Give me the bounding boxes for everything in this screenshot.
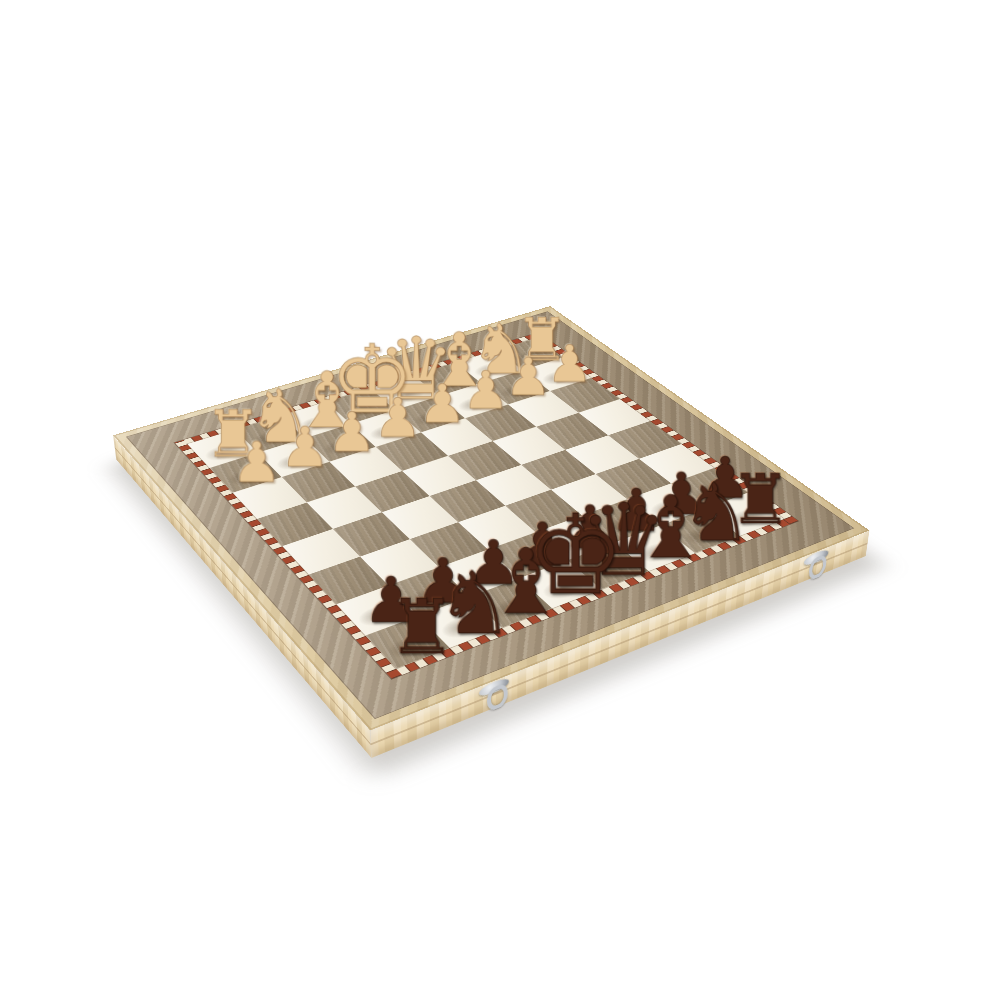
board-top-face: ♜♞♝♚♛♝♞♜♟♟♟♟♟♟♟♟♟♟♟♟♟♟♟♟♜♞♝♚♛♝♞♜	[113, 306, 869, 730]
chess-board-box: ♜♞♝♚♛♝♞♜♟♟♟♟♟♟♟♟♟♟♟♟♟♟♟♟♜♞♝♚♛♝♞♜	[113, 306, 869, 730]
white-pawn: ♟	[280, 420, 330, 475]
white-pawn: ♟	[505, 351, 552, 403]
black-rook: ♜	[388, 590, 456, 666]
white-pawn: ♟	[373, 391, 421, 445]
white-pawn: ♟	[462, 364, 509, 417]
white-pawn: ♟	[547, 338, 593, 389]
product-photo-scene: ♜♞♝♚♛♝♞♜♟♟♟♟♟♟♟♟♟♟♟♟♟♟♟♟♜♞♝♚♛♝♞♜	[0, 0, 1001, 1001]
white-pawn: ♟	[418, 378, 466, 431]
white-pawn: ♟	[231, 435, 281, 491]
white-pawn: ♟	[327, 405, 376, 460]
